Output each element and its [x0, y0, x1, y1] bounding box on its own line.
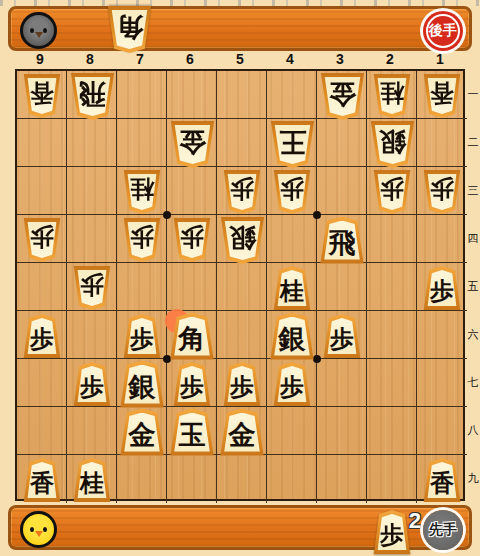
gote-player-bar: 角 後手	[8, 6, 472, 51]
koma-23-gote[interactable]: 歩	[373, 170, 411, 214]
koma-kanji: 歩	[273, 362, 311, 406]
board[interactable]: 香飛金桂香金王銀桂歩歩歩歩歩歩歩銀飛歩桂歩歩歩角銀歩歩銀歩歩歩金玉金香桂香	[15, 69, 465, 501]
koma-kanji: 金	[220, 409, 265, 456]
koma-kanji: 歩	[223, 170, 261, 214]
file-label-7: 7	[115, 51, 165, 69]
sente-pawn-count: 2	[409, 508, 421, 534]
koma-kanji: 香	[423, 458, 461, 502]
koma-kanji: 桂	[123, 170, 161, 214]
koma-kanji: 歩	[123, 314, 161, 358]
koma-kanji: 歩	[73, 266, 111, 310]
koma-13-gote[interactable]: 歩	[423, 170, 461, 214]
file-label-9: 9	[15, 51, 65, 69]
koma-66-sente[interactable]: 角	[170, 313, 215, 360]
koma-99-sente[interactable]: 香	[23, 458, 61, 502]
koma-43-gote[interactable]: 歩	[273, 170, 311, 214]
grid-line	[366, 71, 367, 503]
avatar-eye	[30, 28, 34, 33]
sente-avatar-yellow-chick	[20, 511, 57, 548]
koma-kanji: 王	[270, 121, 315, 168]
grid-line	[316, 71, 317, 503]
rank-labels: 一二三四五六七八九	[466, 69, 480, 501]
koma-76-sente[interactable]: 歩	[123, 314, 161, 358]
koma-kanji: 香	[23, 458, 61, 502]
koma-kanji: 歩	[123, 218, 161, 262]
grid-line	[266, 71, 267, 503]
koma-kanji: 香	[23, 74, 61, 118]
koma-15-sente[interactable]: 歩	[423, 266, 461, 310]
koma-kanji: 歩	[223, 362, 261, 406]
grid-line	[416, 71, 417, 503]
file-label-1: 1	[415, 51, 465, 69]
rank-label-7: 七	[466, 375, 480, 390]
koma-87-sente[interactable]: 歩	[73, 362, 111, 406]
hand-sente-歩[interactable]: 歩	[373, 510, 411, 554]
koma-64-gote[interactable]: 歩	[173, 218, 211, 262]
koma-kanji: 歩	[23, 218, 61, 262]
grid-line	[17, 406, 467, 407]
koma-34-sente[interactable]: 飛	[320, 217, 365, 264]
koma-78-sente[interactable]: 金	[120, 409, 165, 456]
grid-line	[166, 71, 167, 503]
grid-line	[116, 71, 117, 503]
koma-kanji: 歩	[323, 314, 361, 358]
koma-77-sente[interactable]: 銀	[120, 361, 165, 408]
koma-73-gote[interactable]: 桂	[123, 170, 161, 214]
koma-31-gote[interactable]: 金	[320, 73, 365, 120]
avatar-eye	[43, 527, 47, 532]
koma-kanji: 金	[320, 73, 365, 120]
koma-kanji: 歩	[373, 510, 411, 554]
koma-62-gote[interactable]: 金	[170, 121, 215, 168]
grid-line	[66, 71, 67, 503]
koma-22-gote[interactable]: 銀	[370, 121, 415, 168]
koma-kanji: 香	[423, 74, 461, 118]
grid-line	[17, 358, 467, 359]
avatar-beak	[35, 32, 43, 38]
koma-11-gote[interactable]: 香	[423, 74, 461, 118]
gote-avatar-dark-chick	[20, 12, 57, 49]
koma-kanji: 金	[120, 409, 165, 456]
koma-21-gote[interactable]: 桂	[373, 74, 411, 118]
koma-kanji: 銀	[270, 313, 315, 360]
gote-badge: 後手	[423, 11, 463, 51]
rank-label-3: 三	[466, 183, 480, 198]
koma-89-sente[interactable]: 桂	[73, 458, 111, 502]
rank-label-9: 九	[466, 471, 480, 486]
koma-96-sente[interactable]: 歩	[23, 314, 61, 358]
rank-label-5: 五	[466, 279, 480, 294]
koma-kanji: 飛	[70, 73, 115, 120]
avatar-eye	[43, 28, 47, 33]
koma-kanji: 歩	[373, 170, 411, 214]
koma-kanji: 桂	[373, 74, 411, 118]
avatar-eye	[30, 527, 34, 532]
file-labels: 987654321	[15, 51, 465, 69]
koma-kanji: 金	[170, 121, 215, 168]
sente-badge: 先手	[423, 510, 463, 550]
koma-kanji: 歩	[423, 266, 461, 310]
rank-label-6: 六	[466, 327, 480, 342]
koma-kanji: 歩	[423, 170, 461, 214]
koma-kanji: 角	[170, 313, 215, 360]
grid-line	[17, 310, 467, 311]
koma-kanji: 銀	[220, 217, 265, 264]
rank-label-8: 八	[466, 423, 480, 438]
koma-kanji: 飛	[320, 217, 365, 264]
koma-67-sente[interactable]: 歩	[173, 362, 211, 406]
koma-kanji: 歩	[173, 362, 211, 406]
file-label-5: 5	[215, 51, 265, 69]
koma-46-sente[interactable]: 銀	[270, 313, 315, 360]
hand-gote-角[interactable]: 角	[107, 6, 152, 53]
koma-kanji: 歩	[273, 170, 311, 214]
koma-47-sente[interactable]: 歩	[273, 362, 311, 406]
file-label-2: 2	[365, 51, 415, 69]
koma-91-gote[interactable]: 香	[23, 74, 61, 118]
koma-kanji: 歩	[73, 362, 111, 406]
file-label-4: 4	[265, 51, 315, 69]
koma-85-gote[interactable]: 歩	[73, 266, 111, 310]
koma-58-sente[interactable]: 金	[220, 409, 265, 456]
file-label-8: 8	[65, 51, 115, 69]
koma-94-gote[interactable]: 歩	[23, 218, 61, 262]
koma-kanji: 銀	[120, 361, 165, 408]
koma-57-sente[interactable]: 歩	[223, 362, 261, 406]
koma-kanji: 歩	[173, 218, 211, 262]
koma-45-sente[interactable]: 桂	[273, 266, 311, 310]
koma-kanji: 銀	[370, 121, 415, 168]
koma-36-sente[interactable]: 歩	[323, 314, 361, 358]
grid-line	[17, 214, 467, 215]
file-label-3: 3	[315, 51, 365, 69]
sente-player-bar: 歩 2 先手	[8, 505, 472, 550]
koma-19-sente[interactable]: 香	[423, 458, 461, 502]
koma-kanji: 角	[107, 6, 152, 53]
koma-kanji: 玉	[170, 409, 215, 456]
koma-81-gote[interactable]: 飛	[70, 73, 115, 120]
rank-label-4: 四	[466, 231, 480, 246]
koma-53-gote[interactable]: 歩	[223, 170, 261, 214]
koma-kanji: 歩	[23, 314, 61, 358]
rank-label-1: 一	[466, 87, 480, 102]
koma-42-gote[interactable]: 王	[270, 121, 315, 168]
koma-54-gote[interactable]: 銀	[220, 217, 265, 264]
avatar-beak	[35, 531, 43, 537]
grid-line	[216, 71, 217, 503]
rank-label-2: 二	[466, 135, 480, 150]
hoshi-star-point	[163, 211, 171, 219]
file-label-6: 6	[165, 51, 215, 69]
koma-kanji: 桂	[73, 458, 111, 502]
koma-68-sente[interactable]: 玉	[170, 409, 215, 456]
koma-kanji: 桂	[273, 266, 311, 310]
koma-74-gote[interactable]: 歩	[123, 218, 161, 262]
